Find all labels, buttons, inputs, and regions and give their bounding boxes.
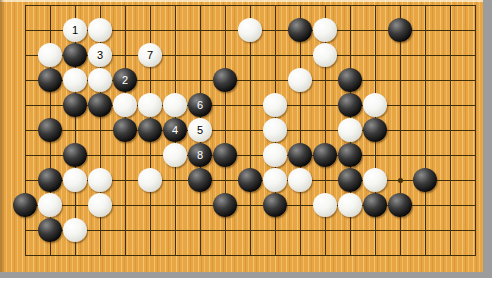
grid-line-horizontal [25, 130, 476, 131]
move-number-label: 8 [188, 143, 212, 167]
white-stone[interactable] [88, 18, 112, 42]
white-stone[interactable]: 7 [138, 43, 162, 67]
move-number-label: 3 [88, 43, 112, 67]
white-stone[interactable] [238, 18, 262, 42]
grid-line-horizontal [25, 5, 476, 6]
go-board[interactable]: 13726458 [0, 0, 492, 278]
black-stone[interactable] [38, 218, 62, 242]
white-stone[interactable]: 1 [63, 18, 87, 42]
black-stone[interactable] [388, 18, 412, 42]
white-stone[interactable] [88, 193, 112, 217]
grid-line-horizontal [25, 155, 476, 156]
move-number-label: 1 [63, 18, 87, 42]
black-stone[interactable] [338, 93, 362, 117]
white-stone[interactable] [288, 168, 312, 192]
white-stone[interactable] [263, 93, 287, 117]
white-stone[interactable]: 3 [88, 43, 112, 67]
white-stone[interactable] [63, 218, 87, 242]
black-stone[interactable] [238, 168, 262, 192]
black-stone[interactable] [363, 118, 387, 142]
black-stone[interactable]: 4 [163, 118, 187, 142]
black-stone[interactable] [338, 168, 362, 192]
grid-line-horizontal [25, 230, 476, 231]
white-stone[interactable] [288, 68, 312, 92]
white-stone[interactable] [138, 93, 162, 117]
board-left-shadow [0, 0, 4, 272]
black-stone[interactable] [363, 193, 387, 217]
white-stone[interactable] [363, 168, 387, 192]
white-stone[interactable] [63, 168, 87, 192]
black-stone[interactable] [188, 168, 212, 192]
star-point [398, 178, 403, 183]
white-stone[interactable]: 5 [188, 118, 212, 142]
move-number-label: 5 [188, 118, 212, 142]
white-stone[interactable] [313, 18, 337, 42]
black-stone[interactable] [338, 68, 362, 92]
move-number-label: 4 [163, 118, 187, 142]
black-stone[interactable]: 2 [113, 68, 137, 92]
white-stone[interactable] [363, 93, 387, 117]
black-stone[interactable] [288, 18, 312, 42]
black-stone[interactable] [288, 143, 312, 167]
black-stone[interactable]: 6 [188, 93, 212, 117]
board-top-highlight [0, 0, 483, 2]
black-stone[interactable] [63, 93, 87, 117]
black-stone[interactable] [38, 118, 62, 142]
black-stone[interactable] [213, 68, 237, 92]
white-stone[interactable] [263, 168, 287, 192]
white-stone[interactable] [313, 43, 337, 67]
white-stone[interactable] [38, 43, 62, 67]
black-stone[interactable] [338, 143, 362, 167]
grid-line-horizontal [25, 255, 476, 256]
black-stone[interactable] [313, 143, 337, 167]
black-stone[interactable] [13, 193, 37, 217]
move-number-label: 6 [188, 93, 212, 117]
black-stone[interactable] [213, 193, 237, 217]
white-stone[interactable] [163, 93, 187, 117]
white-stone[interactable] [338, 193, 362, 217]
white-stone[interactable] [63, 68, 87, 92]
black-stone[interactable] [213, 143, 237, 167]
white-stone[interactable] [88, 68, 112, 92]
black-stone[interactable] [63, 43, 87, 67]
black-stone[interactable] [263, 193, 287, 217]
white-stone[interactable] [113, 93, 137, 117]
white-stone[interactable] [163, 143, 187, 167]
black-stone[interactable] [113, 118, 137, 142]
black-stone[interactable] [38, 68, 62, 92]
move-number-label: 2 [113, 68, 137, 92]
black-stone[interactable]: 8 [188, 143, 212, 167]
page: { "game": "go", "diagram": { "descriptio… [0, 0, 500, 285]
white-stone[interactable] [338, 118, 362, 142]
white-stone[interactable] [263, 143, 287, 167]
white-stone[interactable] [313, 193, 337, 217]
black-stone[interactable] [388, 193, 412, 217]
black-stone[interactable] [38, 168, 62, 192]
white-stone[interactable] [263, 118, 287, 142]
white-stone[interactable] [138, 168, 162, 192]
white-stone[interactable] [88, 168, 112, 192]
move-number-label: 7 [138, 43, 162, 67]
black-stone[interactable] [413, 168, 437, 192]
black-stone[interactable] [138, 118, 162, 142]
black-stone[interactable] [88, 93, 112, 117]
black-stone[interactable] [63, 143, 87, 167]
white-stone[interactable] [38, 193, 62, 217]
